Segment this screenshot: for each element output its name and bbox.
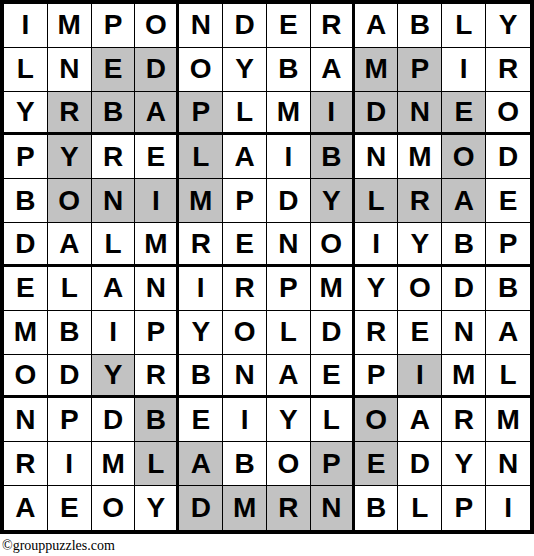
cell-r9c1: O	[4, 355, 48, 399]
cell-r9c10: I	[398, 355, 442, 399]
cell-r10c7: Y	[267, 398, 311, 442]
cell-r7c3: A	[92, 267, 136, 311]
cell-r6c2: A	[48, 223, 92, 267]
cell-r8c9: R	[355, 311, 399, 355]
cell-r4c9: N	[355, 135, 399, 179]
cell-r6c3: L	[92, 223, 136, 267]
cell-r2c11: I	[442, 48, 486, 92]
cell-r8c12: A	[486, 311, 530, 355]
cell-r5c10: R	[398, 179, 442, 223]
cell-r7c6: R	[223, 267, 267, 311]
cell-r1c5: N	[179, 4, 223, 48]
cell-r5c12: E	[486, 179, 530, 223]
wordoku-board: IMPONDERABLYLNEDOYBAMPIRYRBAPLMIDNEOPYRE…	[0, 0, 534, 534]
cell-r10c10: A	[398, 398, 442, 442]
cell-r10c3: D	[92, 398, 136, 442]
cell-r6c9: I	[355, 223, 399, 267]
cell-r6c1: D	[4, 223, 48, 267]
cell-r3c7: M	[267, 92, 311, 136]
cell-r1c6: D	[223, 4, 267, 48]
cell-r7c7: P	[267, 267, 311, 311]
cell-r6c6: E	[223, 223, 267, 267]
cell-r3c3: B	[92, 92, 136, 136]
cell-r2c4: D	[135, 48, 179, 92]
cell-r3c8: I	[311, 92, 355, 136]
cell-r10c6: I	[223, 398, 267, 442]
cell-r3c2: R	[48, 92, 92, 136]
cell-r7c11: D	[442, 267, 486, 311]
cell-r6c8: O	[311, 223, 355, 267]
cell-r11c2: I	[48, 442, 92, 486]
cell-r4c3: R	[92, 135, 136, 179]
cell-r12c12: I	[486, 486, 530, 530]
cell-r9c2: D	[48, 355, 92, 399]
cell-r8c3: I	[92, 311, 136, 355]
cell-r9c6: N	[223, 355, 267, 399]
cell-r3c4: A	[135, 92, 179, 136]
cell-r5c8: Y	[311, 179, 355, 223]
cell-r11c6: B	[223, 442, 267, 486]
cell-r7c9: Y	[355, 267, 399, 311]
cell-r5c6: P	[223, 179, 267, 223]
cell-r12c6: M	[223, 486, 267, 530]
cell-r6c12: P	[486, 223, 530, 267]
cell-r11c7: O	[267, 442, 311, 486]
cell-r2c6: Y	[223, 48, 267, 92]
cell-r9c3: Y	[92, 355, 136, 399]
cell-r10c1: N	[4, 398, 48, 442]
cell-r4c4: E	[135, 135, 179, 179]
cell-r7c12: B	[486, 267, 530, 311]
cell-r12c11: P	[442, 486, 486, 530]
cell-r11c4: L	[135, 442, 179, 486]
cell-r9c7: A	[267, 355, 311, 399]
cell-r4c5: L	[179, 135, 223, 179]
cell-r1c2: M	[48, 4, 92, 48]
cell-r8c1: M	[4, 311, 48, 355]
cell-r7c2: L	[48, 267, 92, 311]
cell-r3c6: L	[223, 92, 267, 136]
cell-r6c10: Y	[398, 223, 442, 267]
cell-r7c8: M	[311, 267, 355, 311]
cell-r2c10: P	[398, 48, 442, 92]
cell-r11c3: M	[92, 442, 136, 486]
cell-r2c8: A	[311, 48, 355, 92]
cell-r9c11: M	[442, 355, 486, 399]
cell-r11c1: R	[4, 442, 48, 486]
cell-r4c6: A	[223, 135, 267, 179]
cell-r11c10: D	[398, 442, 442, 486]
cell-r5c11: A	[442, 179, 486, 223]
cell-r2c12: R	[486, 48, 530, 92]
cell-r3c12: O	[486, 92, 530, 136]
cell-r8c7: L	[267, 311, 311, 355]
cell-r10c12: M	[486, 398, 530, 442]
cell-r10c4: B	[135, 398, 179, 442]
cell-r2c1: L	[4, 48, 48, 92]
cell-r1c9: A	[355, 4, 399, 48]
cell-r12c5: D	[179, 486, 223, 530]
cell-r7c1: E	[4, 267, 48, 311]
cell-r2c5: O	[179, 48, 223, 92]
cell-r5c2: O	[48, 179, 92, 223]
cell-r12c3: O	[92, 486, 136, 530]
cell-r10c11: R	[442, 398, 486, 442]
cell-r12c4: Y	[135, 486, 179, 530]
cell-r8c4: P	[135, 311, 179, 355]
cell-r5c1: B	[4, 179, 48, 223]
cell-r11c8: P	[311, 442, 355, 486]
cell-r10c5: E	[179, 398, 223, 442]
cell-r11c5: A	[179, 442, 223, 486]
cell-r4c2: Y	[48, 135, 92, 179]
cell-r5c9: L	[355, 179, 399, 223]
cell-r5c4: I	[135, 179, 179, 223]
cell-r7c5: I	[179, 267, 223, 311]
cell-r4c1: P	[4, 135, 48, 179]
cell-r1c12: Y	[486, 4, 530, 48]
cell-r3c9: D	[355, 92, 399, 136]
cell-r8c2: B	[48, 311, 92, 355]
cell-r10c2: P	[48, 398, 92, 442]
cell-r6c7: N	[267, 223, 311, 267]
cell-r1c11: L	[442, 4, 486, 48]
cell-r10c8: L	[311, 398, 355, 442]
cell-r1c3: P	[92, 4, 136, 48]
cell-r1c8: R	[311, 4, 355, 48]
cell-r8c8: D	[311, 311, 355, 355]
puzzle-page: IMPONDERABLYLNEDOYBAMPIRYRBAPLMIDNEOPYRE…	[0, 0, 534, 556]
cell-r1c10: B	[398, 4, 442, 48]
cell-r2c3: E	[92, 48, 136, 92]
cell-r4c12: D	[486, 135, 530, 179]
cell-r6c5: R	[179, 223, 223, 267]
cell-r12c1: A	[4, 486, 48, 530]
cell-r3c5: P	[179, 92, 223, 136]
cell-r9c5: B	[179, 355, 223, 399]
cell-r12c8: N	[311, 486, 355, 530]
cell-r11c9: E	[355, 442, 399, 486]
cell-r1c7: E	[267, 4, 311, 48]
cell-r9c9: P	[355, 355, 399, 399]
cell-r4c8: B	[311, 135, 355, 179]
cell-r3c11: E	[442, 92, 486, 136]
cell-r1c4: O	[135, 4, 179, 48]
cell-r9c8: E	[311, 355, 355, 399]
cell-r3c1: Y	[4, 92, 48, 136]
cell-r5c3: N	[92, 179, 136, 223]
cell-r10c9: O	[355, 398, 399, 442]
cell-r6c11: B	[442, 223, 486, 267]
cell-r8c11: N	[442, 311, 486, 355]
cell-r1c1: I	[4, 4, 48, 48]
cell-r5c7: D	[267, 179, 311, 223]
cell-r12c10: L	[398, 486, 442, 530]
cell-r3c10: N	[398, 92, 442, 136]
cell-r2c2: N	[48, 48, 92, 92]
cell-r8c6: O	[223, 311, 267, 355]
cell-r12c9: B	[355, 486, 399, 530]
cell-r4c10: M	[398, 135, 442, 179]
cell-r4c7: I	[267, 135, 311, 179]
cell-r7c10: O	[398, 267, 442, 311]
cell-r12c2: E	[48, 486, 92, 530]
cell-r7c4: N	[135, 267, 179, 311]
cell-r4c11: O	[442, 135, 486, 179]
cell-r8c5: Y	[179, 311, 223, 355]
cell-r11c11: Y	[442, 442, 486, 486]
cell-r5c5: M	[179, 179, 223, 223]
cell-r2c9: M	[355, 48, 399, 92]
cell-r6c4: M	[135, 223, 179, 267]
cell-r12c7: R	[267, 486, 311, 530]
cell-r11c12: N	[486, 442, 530, 486]
watermark: ©grouppuzzles.com	[2, 538, 115, 554]
cell-r9c12: L	[486, 355, 530, 399]
cell-r2c7: B	[267, 48, 311, 92]
cell-r8c10: E	[398, 311, 442, 355]
cell-r9c4: R	[135, 355, 179, 399]
